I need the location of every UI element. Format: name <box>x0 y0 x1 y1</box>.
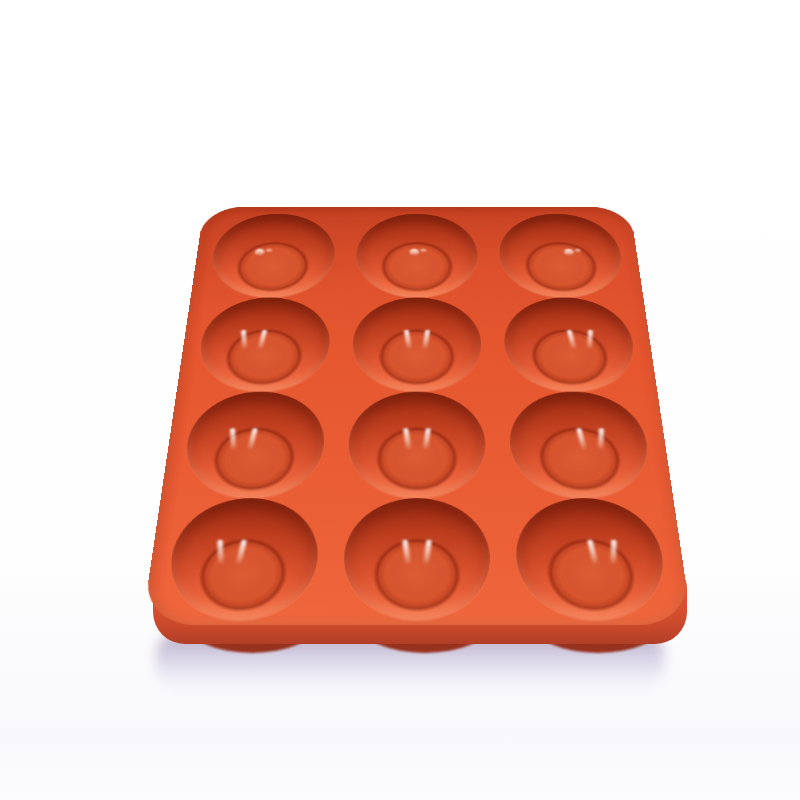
muffin-cup <box>208 214 337 298</box>
muffin-cup <box>497 214 626 298</box>
cup-highlight <box>388 538 446 569</box>
muffin-cup <box>351 298 483 392</box>
cup-highlight <box>393 248 441 270</box>
product-photo-stage <box>0 0 800 800</box>
muffin-pan <box>142 207 692 625</box>
muffin-cup <box>195 298 332 392</box>
cup-highlight <box>200 538 261 569</box>
muffin-cup <box>347 392 488 499</box>
cup-highlight <box>555 328 608 352</box>
muffin-cup <box>180 392 327 499</box>
muffin-cup <box>163 498 321 620</box>
muffin-cup <box>507 392 654 499</box>
muffin-cup <box>355 214 480 298</box>
cup-highlight <box>226 328 279 352</box>
cup-highlight <box>214 426 271 453</box>
cup-highlight <box>573 538 634 569</box>
muffin-cup <box>342 498 493 620</box>
cup-highlight <box>392 328 443 352</box>
cup-highlight <box>236 248 286 270</box>
muffin-cup <box>502 298 639 392</box>
cup-highlight <box>564 426 621 453</box>
pan-top-surface <box>142 207 692 625</box>
cup-highlight <box>390 426 444 453</box>
muffin-cup <box>513 498 671 620</box>
cup-highlight <box>548 248 598 270</box>
